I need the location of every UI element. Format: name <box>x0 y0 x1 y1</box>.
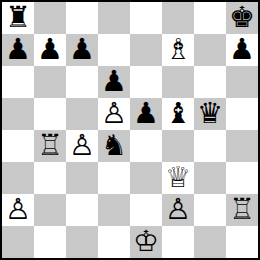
square-h7[interactable]: ♟ <box>226 34 258 66</box>
square-h2[interactable]: ♖ <box>226 194 258 226</box>
black-bishop: ♝ <box>165 98 191 129</box>
black-pawn: ♟ <box>5 34 31 65</box>
square-c5[interactable] <box>66 98 98 130</box>
square-e1[interactable]: ♔ <box>130 226 162 258</box>
square-b4[interactable]: ♖ <box>34 130 66 162</box>
square-a7[interactable]: ♟ <box>2 34 34 66</box>
square-g6[interactable] <box>194 66 226 98</box>
square-a6[interactable] <box>2 66 34 98</box>
square-e5[interactable]: ♟ <box>130 98 162 130</box>
square-b2[interactable] <box>34 194 66 226</box>
square-e7[interactable] <box>130 34 162 66</box>
white-bishop: ♗ <box>165 34 191 65</box>
black-queen: ♛ <box>197 98 223 129</box>
square-h1[interactable] <box>226 226 258 258</box>
white-king: ♔ <box>133 226 159 257</box>
square-e2[interactable] <box>130 194 162 226</box>
square-f2[interactable]: ♙ <box>162 194 194 226</box>
square-b8[interactable] <box>34 2 66 34</box>
square-e8[interactable] <box>130 2 162 34</box>
square-a2[interactable]: ♙ <box>2 194 34 226</box>
square-b5[interactable] <box>34 98 66 130</box>
square-a5[interactable] <box>2 98 34 130</box>
square-b6[interactable] <box>34 66 66 98</box>
square-g3[interactable] <box>194 162 226 194</box>
black-pawn: ♟ <box>133 98 159 129</box>
square-h4[interactable] <box>226 130 258 162</box>
square-h5[interactable] <box>226 98 258 130</box>
square-c2[interactable] <box>66 194 98 226</box>
square-d4[interactable]: ♞ <box>98 130 130 162</box>
square-e4[interactable] <box>130 130 162 162</box>
square-a1[interactable] <box>2 226 34 258</box>
square-g4[interactable] <box>194 130 226 162</box>
square-f3[interactable]: ♕ <box>162 162 194 194</box>
black-pawn: ♟ <box>229 34 255 65</box>
square-g8[interactable] <box>194 2 226 34</box>
chess-board-frame: ♜♚♟♟♟♗♟♟♙♟♝♛♖♙♞♕♙♙♖♔ <box>0 0 260 260</box>
square-e6[interactable] <box>130 66 162 98</box>
square-d5[interactable]: ♙ <box>98 98 130 130</box>
black-rook: ♜ <box>5 2 31 33</box>
white-pawn: ♙ <box>69 130 95 161</box>
square-a3[interactable] <box>2 162 34 194</box>
square-e3[interactable] <box>130 162 162 194</box>
white-queen: ♕ <box>165 162 191 193</box>
white-pawn: ♙ <box>5 194 31 225</box>
black-pawn: ♟ <box>69 34 95 65</box>
white-pawn: ♙ <box>165 194 191 225</box>
square-f8[interactable] <box>162 2 194 34</box>
square-c1[interactable] <box>66 226 98 258</box>
black-pawn: ♟ <box>37 34 63 65</box>
square-c7[interactable]: ♟ <box>66 34 98 66</box>
black-knight: ♞ <box>101 130 127 161</box>
white-rook: ♖ <box>229 194 255 225</box>
square-b7[interactable]: ♟ <box>34 34 66 66</box>
square-c3[interactable] <box>66 162 98 194</box>
square-f6[interactable] <box>162 66 194 98</box>
square-d2[interactable] <box>98 194 130 226</box>
square-d8[interactable] <box>98 2 130 34</box>
white-pawn: ♙ <box>101 98 127 129</box>
square-c4[interactable]: ♙ <box>66 130 98 162</box>
square-h6[interactable] <box>226 66 258 98</box>
square-d7[interactable] <box>98 34 130 66</box>
square-g5[interactable]: ♛ <box>194 98 226 130</box>
square-c8[interactable] <box>66 2 98 34</box>
square-f4[interactable] <box>162 130 194 162</box>
square-h3[interactable] <box>226 162 258 194</box>
square-a8[interactable]: ♜ <box>2 2 34 34</box>
square-d6[interactable]: ♟ <box>98 66 130 98</box>
square-f7[interactable]: ♗ <box>162 34 194 66</box>
square-d3[interactable] <box>98 162 130 194</box>
square-c6[interactable] <box>66 66 98 98</box>
square-d1[interactable] <box>98 226 130 258</box>
square-b1[interactable] <box>34 226 66 258</box>
square-f1[interactable] <box>162 226 194 258</box>
square-g1[interactable] <box>194 226 226 258</box>
white-rook: ♖ <box>37 130 63 161</box>
square-h8[interactable]: ♚ <box>226 2 258 34</box>
chess-board: ♜♚♟♟♟♗♟♟♙♟♝♛♖♙♞♕♙♙♖♔ <box>2 2 258 258</box>
square-f5[interactable]: ♝ <box>162 98 194 130</box>
square-a4[interactable] <box>2 130 34 162</box>
black-king: ♚ <box>229 2 255 33</box>
square-g2[interactable] <box>194 194 226 226</box>
square-b3[interactable] <box>34 162 66 194</box>
square-g7[interactable] <box>194 34 226 66</box>
black-pawn: ♟ <box>101 66 127 97</box>
